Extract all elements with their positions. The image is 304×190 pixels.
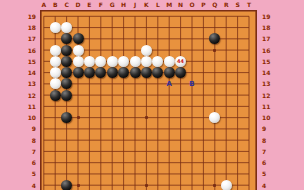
white-stone-r4[interactable] <box>221 180 232 190</box>
row-label-right-11: 11 <box>262 103 276 110</box>
marked-last-move-stone-n15[interactable]: 44 <box>175 56 186 67</box>
black-stone-m14[interactable] <box>164 67 175 78</box>
white-stone-d16[interactable] <box>73 45 84 56</box>
row-label-left-18: 18 <box>22 24 36 31</box>
black-stone-c4[interactable] <box>61 180 72 190</box>
white-stone-j15[interactable] <box>130 56 141 67</box>
row-label-right-18: 18 <box>262 24 276 31</box>
row-label-right-10: 10 <box>262 114 276 121</box>
column-label-a: A <box>39 1 49 8</box>
row-label-right-12: 12 <box>262 92 276 99</box>
row-label-left-11: 11 <box>22 103 36 110</box>
white-stone-b13[interactable] <box>50 78 61 89</box>
column-label-m: M <box>164 1 174 8</box>
row-label-right-6: 6 <box>262 159 276 166</box>
column-label-h: H <box>119 1 129 8</box>
row-label-right-14: 14 <box>262 69 276 76</box>
black-stone-e14[interactable] <box>84 67 95 78</box>
row-label-left-14: 14 <box>22 69 36 76</box>
row-label-right-8: 8 <box>262 137 276 144</box>
black-stone-c15[interactable] <box>61 56 72 67</box>
row-label-left-19: 19 <box>22 13 36 20</box>
row-label-left-6: 6 <box>22 159 36 166</box>
row-label-left-9: 9 <box>22 125 36 132</box>
white-stone-k15[interactable] <box>141 56 152 67</box>
hoshi-point-d4 <box>77 184 80 187</box>
row-label-left-10: 10 <box>22 114 36 121</box>
go-board[interactable]: 44 <box>40 10 257 190</box>
black-stone-c12[interactable] <box>61 90 72 101</box>
row-label-right-17: 17 <box>262 35 276 42</box>
go-app-screen: 44 ABABCDEFGHJKLMNOPQRST1919181817171616… <box>0 0 304 190</box>
white-stone-e15[interactable] <box>84 56 95 67</box>
point-label-a[interactable]: A <box>163 79 175 89</box>
row-label-left-5: 5 <box>22 170 36 177</box>
column-label-s: S <box>233 1 243 8</box>
row-label-right-9: 9 <box>262 125 276 132</box>
hoshi-point-q16 <box>213 49 216 52</box>
column-label-c: C <box>62 1 72 8</box>
column-label-q: Q <box>210 1 220 8</box>
column-label-f: F <box>96 1 106 8</box>
move-number-label: 44 <box>175 56 186 67</box>
black-stone-d17[interactable] <box>73 33 84 44</box>
white-stone-m15[interactable] <box>164 56 175 67</box>
column-label-n: N <box>176 1 186 8</box>
column-label-k: K <box>141 1 151 8</box>
white-stone-g15[interactable] <box>107 56 118 67</box>
row-label-left-7: 7 <box>22 148 36 155</box>
row-label-right-16: 16 <box>262 47 276 54</box>
row-label-left-17: 17 <box>22 35 36 42</box>
black-stone-b12[interactable] <box>50 90 61 101</box>
hoshi-point-q4 <box>213 184 216 187</box>
point-label-b[interactable]: B <box>186 79 198 89</box>
column-label-j: J <box>130 1 140 8</box>
column-label-r: R <box>221 1 231 8</box>
black-stone-d14[interactable] <box>73 67 84 78</box>
row-label-right-15: 15 <box>262 58 276 65</box>
hoshi-point-k10 <box>145 116 148 119</box>
column-label-e: E <box>84 1 94 8</box>
row-label-right-19: 19 <box>262 13 276 20</box>
black-stone-c16[interactable] <box>61 45 72 56</box>
column-label-p: P <box>198 1 208 8</box>
white-stone-b14[interactable] <box>50 67 61 78</box>
hoshi-point-k4 <box>145 184 148 187</box>
row-label-left-4: 4 <box>22 182 36 189</box>
column-label-d: D <box>73 1 83 8</box>
column-label-g: G <box>107 1 117 8</box>
row-label-right-13: 13 <box>262 80 276 87</box>
hoshi-point-d10 <box>77 116 80 119</box>
white-stone-b16[interactable] <box>50 45 61 56</box>
white-stone-h15[interactable] <box>118 56 129 67</box>
row-label-left-8: 8 <box>22 137 36 144</box>
row-label-right-7: 7 <box>262 148 276 155</box>
black-stone-j14[interactable] <box>130 67 141 78</box>
white-stone-b18[interactable] <box>50 22 61 33</box>
row-label-right-5: 5 <box>262 170 276 177</box>
black-stone-k14[interactable] <box>141 67 152 78</box>
black-stone-g14[interactable] <box>107 67 118 78</box>
row-label-left-13: 13 <box>22 80 36 87</box>
white-stone-b15[interactable] <box>50 56 61 67</box>
column-label-l: L <box>153 1 163 8</box>
row-label-left-15: 15 <box>22 58 36 65</box>
row-label-left-16: 16 <box>22 47 36 54</box>
white-stone-k16[interactable] <box>141 45 152 56</box>
white-stone-d15[interactable] <box>73 56 84 67</box>
row-label-right-4: 4 <box>262 182 276 189</box>
column-label-o: O <box>187 1 197 8</box>
column-label-b: B <box>50 1 60 8</box>
column-label-t: T <box>244 1 254 8</box>
row-label-left-12: 12 <box>22 92 36 99</box>
